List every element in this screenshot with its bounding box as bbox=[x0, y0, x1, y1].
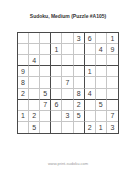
cell-r7c5[interactable] bbox=[62, 100, 73, 111]
cell-r1c8[interactable] bbox=[96, 33, 107, 44]
cell-r1c4[interactable] bbox=[51, 33, 62, 44]
cell-r4c2[interactable] bbox=[29, 66, 40, 77]
cell-r6c6: 8 bbox=[74, 89, 85, 100]
cell-r9c2: 5 bbox=[29, 122, 40, 133]
cell-r5c6[interactable] bbox=[74, 77, 85, 88]
cell-r9c6[interactable] bbox=[74, 122, 85, 133]
cell-r8c6: 5 bbox=[74, 111, 85, 122]
cell-r6c1: 2 bbox=[18, 89, 29, 100]
cell-r9c4[interactable] bbox=[51, 122, 62, 133]
cell-r5c1: 8 bbox=[18, 77, 29, 88]
cell-r1c7: 6 bbox=[85, 33, 96, 44]
cell-r3c3[interactable] bbox=[40, 55, 51, 66]
cell-r1c6: 3 bbox=[74, 33, 85, 44]
cell-r2c5[interactable] bbox=[62, 44, 73, 55]
cell-r3c9[interactable] bbox=[107, 55, 118, 66]
cell-r7c4: 6 bbox=[51, 100, 62, 111]
cell-r3c2: 4 bbox=[29, 55, 40, 66]
cell-r5c3[interactable] bbox=[40, 77, 51, 88]
sudoku-board: 3611494918725847625123575213 bbox=[17, 32, 119, 134]
cell-r2c3[interactable] bbox=[40, 44, 51, 55]
cell-r4c9[interactable] bbox=[107, 66, 118, 77]
cell-r8c5: 3 bbox=[62, 111, 73, 122]
cell-r8c3[interactable] bbox=[40, 111, 51, 122]
cell-r5c5: 7 bbox=[62, 77, 73, 88]
cell-r4c7: 1 bbox=[85, 66, 96, 77]
cell-r1c3[interactable] bbox=[40, 33, 51, 44]
cell-r5c7[interactable] bbox=[85, 77, 96, 88]
cell-r1c1[interactable] bbox=[18, 33, 29, 44]
cell-r7c8: 5 bbox=[96, 100, 107, 111]
cell-r6c9[interactable] bbox=[107, 89, 118, 100]
cell-r7c6: 2 bbox=[74, 100, 85, 111]
cell-r9c7: 2 bbox=[85, 122, 96, 133]
cell-r6c3: 5 bbox=[40, 89, 51, 100]
cell-r7c7[interactable] bbox=[85, 100, 96, 111]
cell-r9c9: 3 bbox=[107, 122, 118, 133]
cell-r2c4: 1 bbox=[51, 44, 62, 55]
page-title: Sudoku, Medium (Puzzle #A105) bbox=[0, 13, 136, 19]
cell-r8c7[interactable] bbox=[85, 111, 96, 122]
cell-r5c8[interactable] bbox=[96, 77, 107, 88]
cell-r3c7[interactable] bbox=[85, 55, 96, 66]
cell-r8c1: 1 bbox=[18, 111, 29, 122]
cell-r6c5[interactable] bbox=[62, 89, 73, 100]
cell-r9c5[interactable] bbox=[62, 122, 73, 133]
cell-r4c5[interactable] bbox=[62, 66, 73, 77]
cell-r4c8[interactable] bbox=[96, 66, 107, 77]
cell-r8c8[interactable] bbox=[96, 111, 107, 122]
cell-r7c2[interactable] bbox=[29, 100, 40, 111]
cell-r6c2[interactable] bbox=[29, 89, 40, 100]
cell-r6c8[interactable] bbox=[96, 89, 107, 100]
cell-r4c6[interactable] bbox=[74, 66, 85, 77]
cell-r9c1[interactable] bbox=[18, 122, 29, 133]
cell-r2c8: 4 bbox=[96, 44, 107, 55]
cell-r2c7[interactable] bbox=[85, 44, 96, 55]
cell-r5c4[interactable] bbox=[51, 77, 62, 88]
cell-r3c5[interactable] bbox=[62, 55, 73, 66]
cell-r7c9[interactable] bbox=[107, 100, 118, 111]
cell-r3c4[interactable] bbox=[51, 55, 62, 66]
cell-r4c3[interactable] bbox=[40, 66, 51, 77]
cell-r5c2[interactable] bbox=[29, 77, 40, 88]
cell-r4c4[interactable] bbox=[51, 66, 62, 77]
cell-r9c3[interactable] bbox=[40, 122, 51, 133]
cell-r2c1[interactable] bbox=[18, 44, 29, 55]
cell-r1c9: 1 bbox=[107, 33, 118, 44]
sudoku-sheet: { "game": "sudoku", "difficulty": "Mediu… bbox=[0, 0, 136, 176]
cell-r2c2[interactable] bbox=[29, 44, 40, 55]
cell-r8c9: 7 bbox=[107, 111, 118, 122]
cell-r7c1[interactable] bbox=[18, 100, 29, 111]
cell-r6c7: 4 bbox=[85, 89, 96, 100]
cell-r1c2[interactable] bbox=[29, 33, 40, 44]
cell-r4c1: 9 bbox=[18, 66, 29, 77]
footer-url: www.print-sudoku.com bbox=[0, 161, 136, 166]
cell-r3c8[interactable] bbox=[96, 55, 107, 66]
cell-r9c8: 1 bbox=[96, 122, 107, 133]
cell-r8c2: 2 bbox=[29, 111, 40, 122]
cell-r2c6[interactable] bbox=[74, 44, 85, 55]
cell-r7c3: 7 bbox=[40, 100, 51, 111]
cell-r2c9: 9 bbox=[107, 44, 118, 55]
cell-r1c5[interactable] bbox=[62, 33, 73, 44]
cell-r3c6[interactable] bbox=[74, 55, 85, 66]
cell-r5c9[interactable] bbox=[107, 77, 118, 88]
cell-r8c4[interactable] bbox=[51, 111, 62, 122]
cell-r3c1[interactable] bbox=[18, 55, 29, 66]
cell-r6c4[interactable] bbox=[51, 89, 62, 100]
